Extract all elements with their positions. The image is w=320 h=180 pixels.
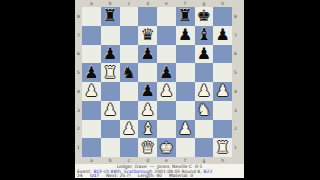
move-number: 24 [77, 174, 83, 178]
black-pawn: ♟ [103, 45, 117, 61]
length-info: Length: 40 [138, 174, 162, 178]
square-d5 [138, 63, 157, 82]
black-bishop: ♝ [197, 27, 211, 43]
black-pawn: ♟ [197, 45, 211, 61]
square-g5 [195, 63, 214, 82]
square-f4 [176, 82, 195, 101]
coord-label-c: c [120, 0, 139, 7]
square-d1: ♛ [138, 138, 157, 157]
coord-label-g: g [195, 0, 214, 7]
square-e8 [157, 7, 176, 26]
square-h2 [213, 120, 232, 139]
square-a5: ♟ [82, 63, 101, 82]
chess-diagram: abcdefgh 87654321 ♜♜♚♛♟♝♟♟♟♟♟♜♞♟♟♟♟♟♟♟♟♞… [75, 0, 244, 178]
square-f8: ♜ [176, 7, 195, 26]
coord-label-6: 6 [75, 45, 82, 64]
material-info: Material: 0 [169, 174, 193, 178]
square-f2: ♟ [176, 120, 195, 139]
square-c1 [120, 138, 139, 157]
white-pawn: ♟ [197, 83, 211, 99]
white-queen: ♛ [140, 139, 154, 155]
coord-label-2: 2 [75, 120, 82, 139]
square-b5: ♜ [101, 63, 120, 82]
square-f1 [176, 138, 195, 157]
black-pawn: ♟ [178, 27, 192, 43]
coord-label-6: 6 [232, 45, 239, 64]
square-b3: ♟ [101, 101, 120, 120]
square-f3 [176, 101, 195, 120]
coord-label-2: 2 [232, 120, 239, 139]
coord-label-h: h [213, 157, 232, 164]
square-d6: ♟ [138, 45, 157, 64]
square-c3 [120, 101, 139, 120]
square-e3 [157, 101, 176, 120]
square-d7: ♛ [138, 26, 157, 45]
black-pawn: ♟ [140, 83, 154, 99]
square-h5 [213, 63, 232, 82]
square-e1: ♚ [157, 138, 176, 157]
white-pawn: ♟ [140, 102, 154, 118]
black-rook: ♜ [103, 8, 117, 24]
white-pawn: ♟ [103, 102, 117, 118]
coord-label-b: b [101, 157, 120, 164]
black-pawn: ♟ [215, 27, 229, 43]
square-c7 [120, 26, 139, 45]
coord-label-7: 7 [232, 26, 239, 45]
square-a2 [82, 120, 101, 139]
eco-code: B22 [204, 169, 213, 174]
square-g3: ♞ [195, 101, 214, 120]
coord-label-a: a [82, 0, 101, 7]
coord-label-8: 8 [75, 7, 82, 26]
stats-line: 24Qd7Next: 25.?!Length: 40Material: 0 [75, 174, 244, 178]
square-d3: ♟ [138, 101, 157, 120]
square-e6 [157, 45, 176, 64]
square-b6: ♟ [101, 45, 120, 64]
square-e7 [157, 26, 176, 45]
square-a8 [82, 7, 101, 26]
coord-label-f: f [176, 157, 195, 164]
coord-label-3: 3 [232, 101, 239, 120]
coord-label-h: h [213, 0, 232, 7]
white-king: ♚ [159, 139, 173, 155]
square-f5 [176, 63, 195, 82]
black-pawn: ♟ [140, 45, 154, 61]
square-a7 [82, 26, 101, 45]
rank-labels-right: 87654321 [232, 7, 239, 157]
square-g7: ♝ [195, 26, 214, 45]
square-g4: ♟ [195, 82, 214, 101]
coord-label-3: 3 [75, 101, 82, 120]
square-a1 [82, 138, 101, 157]
square-d8 [138, 7, 157, 26]
black-pawn: ♟ [159, 64, 173, 80]
square-e5: ♟ [157, 63, 176, 82]
square-h4: ♟ [213, 82, 232, 101]
coord-label-d: d [138, 157, 157, 164]
square-g8: ♚ [195, 7, 214, 26]
square-e4: ♟ [157, 82, 176, 101]
last-move: Qd7 [90, 174, 99, 178]
coord-label-d: d [138, 0, 157, 7]
game-info-footer: Ledger, Dave—Jones, Neville C0-1 Event:B… [75, 164, 244, 178]
white-pawn: ♟ [122, 120, 136, 136]
coord-label-4: 4 [232, 82, 239, 101]
square-c4 [120, 82, 139, 101]
square-h7: ♟ [213, 26, 232, 45]
square-c6 [120, 45, 139, 64]
coord-label-b: b [101, 0, 120, 7]
coord-label-e: e [157, 157, 176, 164]
rank-labels-left: 87654321 [75, 7, 82, 157]
coord-label-g: g [195, 157, 214, 164]
coord-label-c: c [120, 157, 139, 164]
square-b8: ♜ [101, 7, 120, 26]
file-labels-top: abcdefgh [82, 0, 232, 7]
black-pawn: ♟ [84, 64, 98, 80]
square-b2 [101, 120, 120, 139]
white-pawn: ♟ [159, 83, 173, 99]
square-a4: ♟ [82, 82, 101, 101]
coord-label-1: 1 [75, 138, 82, 157]
file-labels-bottom: abcdefgh [82, 157, 232, 164]
black-rook: ♜ [178, 8, 192, 24]
square-b4 [101, 82, 120, 101]
white-pawn: ♟ [84, 83, 98, 99]
black-queen: ♛ [140, 27, 154, 43]
white-rook: ♜ [103, 64, 117, 80]
coord-label-5: 5 [232, 63, 239, 82]
coord-label-1: 1 [232, 138, 239, 157]
square-h6 [213, 45, 232, 64]
square-c5: ♞ [120, 63, 139, 82]
coord-label-7: 7 [75, 26, 82, 45]
square-b1 [101, 138, 120, 157]
coord-label-a: a [82, 157, 101, 164]
square-d2: ♝ [138, 120, 157, 139]
black-knight: ♞ [122, 64, 136, 80]
square-c8 [120, 7, 139, 26]
square-g1 [195, 138, 214, 157]
white-pawn: ♟ [178, 120, 192, 136]
square-h1: ♜ [213, 138, 232, 157]
square-a6 [82, 45, 101, 64]
square-e2 [157, 120, 176, 139]
coord-label-e: e [157, 0, 176, 7]
white-knight: ♞ [197, 102, 211, 118]
square-b7 [101, 26, 120, 45]
coord-label-5: 5 [75, 63, 82, 82]
black-king: ♚ [197, 8, 211, 24]
square-g6: ♟ [195, 45, 214, 64]
square-h3 [213, 101, 232, 120]
white-bishop: ♝ [140, 120, 154, 136]
coord-label-f: f [176, 0, 195, 7]
square-h8 [213, 7, 232, 26]
square-d4: ♟ [138, 82, 157, 101]
coord-label-4: 4 [75, 82, 82, 101]
square-c2: ♟ [120, 120, 139, 139]
chess-board: ♜♜♚♛♟♝♟♟♟♟♟♜♞♟♟♟♟♟♟♟♟♞♟♝♟♛♚♜ [82, 7, 232, 157]
next-move-info: Next: 25.?! [106, 174, 131, 178]
square-g2 [195, 120, 214, 139]
white-pawn: ♟ [215, 83, 229, 99]
square-f6 [176, 45, 195, 64]
square-a3 [82, 101, 101, 120]
coord-label-8: 8 [232, 7, 239, 26]
white-rook: ♜ [215, 139, 229, 155]
square-f7: ♟ [176, 26, 195, 45]
